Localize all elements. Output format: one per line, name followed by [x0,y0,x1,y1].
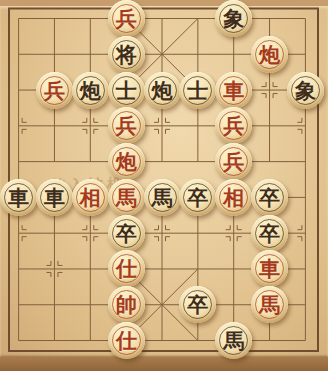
piece-black-general[interactable]: 将 [108,36,145,73]
piece-black-elephant[interactable]: 象 [287,72,324,109]
piece-black-pawn[interactable]: 卒 [251,179,288,216]
piece-glyph: 車 [259,258,280,279]
piece-red-chariot[interactable]: 車 [215,72,252,109]
piece-glyph: 卒 [259,223,280,244]
piece-glyph: 兵 [223,151,244,172]
piece-black-chariot[interactable]: 車 [0,179,37,216]
piece-red-elephant[interactable]: 相 [72,179,109,216]
piece-glyph: 仕 [116,258,137,279]
piece-red-pawn[interactable]: 兵 [108,0,145,37]
piece-glyph: 士 [116,80,137,101]
piece-glyph: 車 [8,187,29,208]
piece-glyph: 車 [44,187,65,208]
piece-glyph: 卒 [187,187,208,208]
piece-black-advisor[interactable]: 士 [179,72,216,109]
piece-glyph: 馬 [259,294,280,315]
piece-red-horse[interactable]: 馬 [251,286,288,323]
piece-red-general[interactable]: 帥 [108,286,145,323]
piece-red-cannon[interactable]: 炮 [108,143,145,180]
piece-red-advisor[interactable]: 仕 [108,250,145,287]
piece-glyph: 相 [80,187,101,208]
piece-red-pawn[interactable]: 兵 [36,72,73,109]
piece-black-chariot[interactable]: 車 [36,179,73,216]
piece-glyph: 卒 [116,223,137,244]
piece-glyph: 馬 [152,187,173,208]
piece-red-cannon[interactable]: 炮 [251,36,288,73]
piece-glyph: 炮 [116,151,137,172]
piece-glyph: 将 [116,44,137,65]
piece-glyph: 兵 [44,80,65,101]
piece-glyph: 卒 [259,187,280,208]
piece-black-cannon[interactable]: 炮 [144,72,181,109]
piece-glyph: 相 [223,187,244,208]
piece-glyph: 帥 [116,294,137,315]
piece-glyph: 兵 [116,115,137,136]
piece-black-pawn[interactable]: 卒 [108,215,145,252]
piece-glyph: 車 [223,80,244,101]
piece-black-advisor[interactable]: 士 [108,72,145,109]
piece-black-cannon[interactable]: 炮 [72,72,109,109]
piece-glyph: 炮 [152,80,173,101]
piece-black-horse[interactable]: 馬 [144,179,181,216]
piece-black-pawn[interactable]: 卒 [251,215,288,252]
piece-black-elephant[interactable]: 象 [215,0,252,37]
piece-black-pawn[interactable]: 卒 [179,179,216,216]
piece-red-advisor[interactable]: 仕 [108,322,145,359]
piece-glyph: 炮 [80,80,101,101]
piece-glyph: 馬 [116,187,137,208]
piece-glyph: 馬 [223,330,244,351]
piece-black-horse[interactable]: 馬 [215,322,252,359]
piece-red-pawn[interactable]: 兵 [108,107,145,144]
piece-glyph: 兵 [223,115,244,136]
piece-glyph: 卒 [187,294,208,315]
piece-glyph: 象 [295,80,316,101]
piece-glyph: 兵 [116,8,137,29]
xiangqi-board: 梦入神机 兵象将炮兵炮士炮士車象兵兵炮兵車車相馬馬卒相卒卒卒仕車帥卒馬仕馬 [0,0,328,371]
piece-glyph: 炮 [259,44,280,65]
piece-red-horse[interactable]: 馬 [108,179,145,216]
piece-glyph: 象 [223,8,244,29]
piece-glyph: 士 [187,80,208,101]
piece-red-elephant[interactable]: 相 [215,179,252,216]
piece-glyph: 仕 [116,330,137,351]
